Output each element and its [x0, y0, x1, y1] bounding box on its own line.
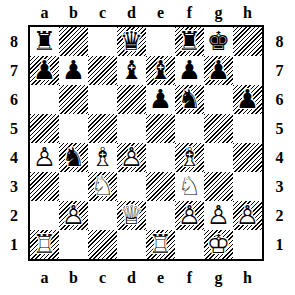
square-c2[interactable]: [88, 201, 117, 230]
square-a2[interactable]: [30, 201, 59, 230]
square-e4[interactable]: [146, 143, 175, 172]
square-e3[interactable]: [146, 172, 175, 201]
black-rook: ♜: [175, 27, 204, 56]
black-bishop: ♝: [117, 56, 146, 85]
square-b2[interactable]: ♟♙: [59, 201, 88, 230]
file-label-g: g: [204, 261, 233, 295]
file-label-b: b: [59, 261, 88, 295]
black-queen: ♛: [117, 27, 146, 56]
file-label-f: f: [175, 261, 204, 295]
square-e6[interactable]: ♟: [146, 85, 175, 114]
rank-label-2: 2: [0, 201, 28, 230]
square-d1[interactable]: [117, 230, 146, 259]
square-c5[interactable]: [88, 114, 117, 143]
square-c7[interactable]: [88, 56, 117, 85]
square-h4[interactable]: [233, 143, 262, 172]
square-h7[interactable]: [233, 56, 262, 85]
square-d3[interactable]: [117, 172, 146, 201]
square-c8[interactable]: [88, 27, 117, 56]
square-d8[interactable]: ♛: [117, 27, 146, 56]
rank-label-1: 1: [0, 230, 28, 259]
black-pawn: ♟: [146, 85, 175, 114]
file-labels-top: abcdefgh: [30, 0, 262, 25]
file-label-a: a: [30, 261, 59, 295]
rank-label-5: 5: [0, 114, 28, 143]
file-label-b: b: [59, 0, 88, 25]
white-pawn: ♟♙: [233, 201, 262, 230]
rank-label-3: 3: [0, 172, 28, 201]
white-queen: ♛♕: [117, 201, 146, 230]
file-label-a: a: [30, 0, 59, 25]
square-c6[interactable]: [88, 85, 117, 114]
rank-labels-left: 87654321: [0, 27, 28, 259]
white-king: ♚♔: [204, 230, 233, 259]
file-label-g: g: [204, 0, 233, 25]
square-b4[interactable]: ♞: [59, 143, 88, 172]
square-a3[interactable]: [30, 172, 59, 201]
rank-label-7: 7: [264, 56, 295, 85]
rank-label-6: 6: [0, 85, 28, 114]
black-rook: ♜: [30, 27, 59, 56]
black-pawn: ♟: [175, 56, 204, 85]
square-a5[interactable]: [30, 114, 59, 143]
square-a1[interactable]: ♜♖: [30, 230, 59, 259]
black-king: ♚: [204, 27, 233, 56]
square-e1[interactable]: ♜♖: [146, 230, 175, 259]
square-b8[interactable]: [59, 27, 88, 56]
square-c1[interactable]: [88, 230, 117, 259]
square-f5[interactable]: [175, 114, 204, 143]
black-pawn: ♟: [233, 85, 262, 114]
file-labels-bottom: abcdefgh: [30, 261, 262, 295]
chess-board: ♜♛♜♚♟♟♝♝♟♟♟♞♟♟♙♞♝♗♟♙♝♗♞♘♞♘♟♙♛♕♟♙♟♙♟♙♜♖♜♖…: [28, 25, 264, 261]
white-pawn: ♟♙: [30, 143, 59, 172]
square-h5[interactable]: [233, 114, 262, 143]
black-pawn: ♟: [59, 56, 88, 85]
square-b1[interactable]: [59, 230, 88, 259]
square-f1[interactable]: [175, 230, 204, 259]
rank-label-3: 3: [264, 172, 295, 201]
rank-label-4: 4: [0, 143, 28, 172]
white-pawn: ♟♙: [59, 201, 88, 230]
black-knight: ♞: [59, 143, 88, 172]
square-b6[interactable]: [59, 85, 88, 114]
white-bishop: ♝♗: [175, 143, 204, 172]
square-b3[interactable]: [59, 172, 88, 201]
square-h2[interactable]: ♟♙: [233, 201, 262, 230]
rank-label-8: 8: [0, 27, 28, 56]
square-c4[interactable]: ♝♗: [88, 143, 117, 172]
square-g2[interactable]: ♟♙: [204, 201, 233, 230]
rank-label-8: 8: [264, 27, 295, 56]
square-a4[interactable]: ♟♙: [30, 143, 59, 172]
square-g7[interactable]: ♟: [204, 56, 233, 85]
square-b5[interactable]: [59, 114, 88, 143]
square-g3[interactable]: [204, 172, 233, 201]
white-rook: ♜♖: [146, 230, 175, 259]
square-h3[interactable]: [233, 172, 262, 201]
square-d7[interactable]: ♝: [117, 56, 146, 85]
square-g4[interactable]: [204, 143, 233, 172]
square-d5[interactable]: [117, 114, 146, 143]
square-d4[interactable]: ♟♙: [117, 143, 146, 172]
rank-label-7: 7: [0, 56, 28, 85]
square-h6[interactable]: ♟: [233, 85, 262, 114]
file-label-c: c: [88, 261, 117, 295]
white-pawn: ♟♙: [117, 143, 146, 172]
square-a7[interactable]: ♟: [30, 56, 59, 85]
white-bishop: ♝♗: [88, 143, 117, 172]
square-e7[interactable]: ♝: [146, 56, 175, 85]
white-pawn: ♟♙: [204, 201, 233, 230]
square-g5[interactable]: [204, 114, 233, 143]
square-d6[interactable]: [117, 85, 146, 114]
white-knight: ♞♘: [88, 172, 117, 201]
square-f8[interactable]: ♜: [175, 27, 204, 56]
rank-label-4: 4: [264, 143, 295, 172]
white-knight: ♞♘: [175, 172, 204, 201]
square-f4[interactable]: ♝♗: [175, 143, 204, 172]
square-g8[interactable]: ♚: [204, 27, 233, 56]
file-label-h: h: [233, 0, 262, 25]
rank-labels-right: 87654321: [264, 27, 295, 259]
square-e2[interactable]: [146, 201, 175, 230]
rank-label-1: 1: [264, 230, 295, 259]
square-h8[interactable]: [233, 27, 262, 56]
square-g1[interactable]: ♚♔: [204, 230, 233, 259]
square-b7[interactable]: ♟: [59, 56, 88, 85]
square-g6[interactable]: [204, 85, 233, 114]
square-a8[interactable]: ♜: [30, 27, 59, 56]
file-label-d: d: [117, 261, 146, 295]
file-label-h: h: [233, 261, 262, 295]
white-rook: ♜♖: [30, 230, 59, 259]
file-label-e: e: [146, 261, 175, 295]
square-c3[interactable]: ♞♘: [88, 172, 117, 201]
white-pawn: ♟♙: [175, 201, 204, 230]
file-label-f: f: [175, 0, 204, 25]
square-e5[interactable]: [146, 114, 175, 143]
square-d2[interactable]: ♛♕: [117, 201, 146, 230]
black-knight: ♞: [175, 85, 204, 114]
square-f3[interactable]: ♞♘: [175, 172, 204, 201]
square-f7[interactable]: ♟: [175, 56, 204, 85]
square-h1[interactable]: [233, 230, 262, 259]
black-bishop: ♝: [146, 56, 175, 85]
rank-label-5: 5: [264, 114, 295, 143]
file-label-c: c: [88, 0, 117, 25]
rank-label-6: 6: [264, 85, 295, 114]
square-f2[interactable]: ♟♙: [175, 201, 204, 230]
square-e8[interactable]: [146, 27, 175, 56]
square-a6[interactable]: [30, 85, 59, 114]
rank-label-2: 2: [264, 201, 295, 230]
file-label-d: d: [117, 0, 146, 25]
chess-diagram: abcdefgh 87654321 ♜♛♜♚♟♟♝♝♟♟♟♞♟♟♙♞♝♗♟♙♝♗…: [0, 0, 295, 295]
black-pawn: ♟: [30, 56, 59, 85]
black-pawn: ♟: [204, 56, 233, 85]
square-f6[interactable]: ♞: [175, 85, 204, 114]
file-label-e: e: [146, 0, 175, 25]
